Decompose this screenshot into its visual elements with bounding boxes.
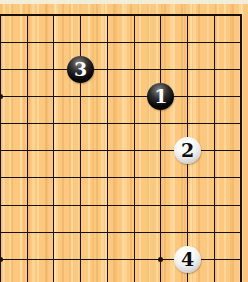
grid-line-vertical: [107, 14, 108, 282]
grid-line-vertical: [27, 14, 28, 282]
move-number: 4: [181, 250, 194, 269]
grid-line-vertical: [80, 14, 81, 282]
star-point: [0, 94, 3, 99]
go-board[interactable]: 1234: [0, 0, 248, 282]
star-point: [0, 257, 3, 262]
grid-line-vertical: [134, 14, 135, 282]
grid-line-vertical: [53, 14, 54, 282]
grid-line-vertical: [214, 14, 215, 282]
grid-line-horizontal: [0, 150, 242, 151]
stone-white-4[interactable]: 4: [174, 246, 201, 273]
grid-line-horizontal: [0, 205, 242, 206]
star-point: [158, 257, 163, 262]
move-number: 1: [154, 87, 167, 106]
grid-line-horizontal: [0, 96, 242, 97]
grid-line-horizontal: [0, 69, 242, 70]
grid-line-vertical: [0, 14, 1, 282]
board-edge-line-top: [0, 14, 242, 16]
stone-black-1[interactable]: 1: [147, 83, 174, 110]
move-number: 2: [181, 141, 194, 160]
grid-line-horizontal: [0, 42, 242, 43]
grid-line-horizontal: [0, 177, 242, 178]
grid-line-vertical: [160, 14, 161, 282]
move-number: 3: [74, 60, 87, 79]
grid-line-horizontal: [0, 259, 242, 260]
grid-line-horizontal: [0, 123, 242, 124]
stone-black-3[interactable]: 3: [67, 56, 94, 83]
stone-white-2[interactable]: 2: [174, 137, 201, 164]
go-board-diagram: 1234: [0, 0, 248, 282]
grid-line-horizontal: [0, 232, 242, 233]
board-edge-line-right: [240, 14, 242, 282]
